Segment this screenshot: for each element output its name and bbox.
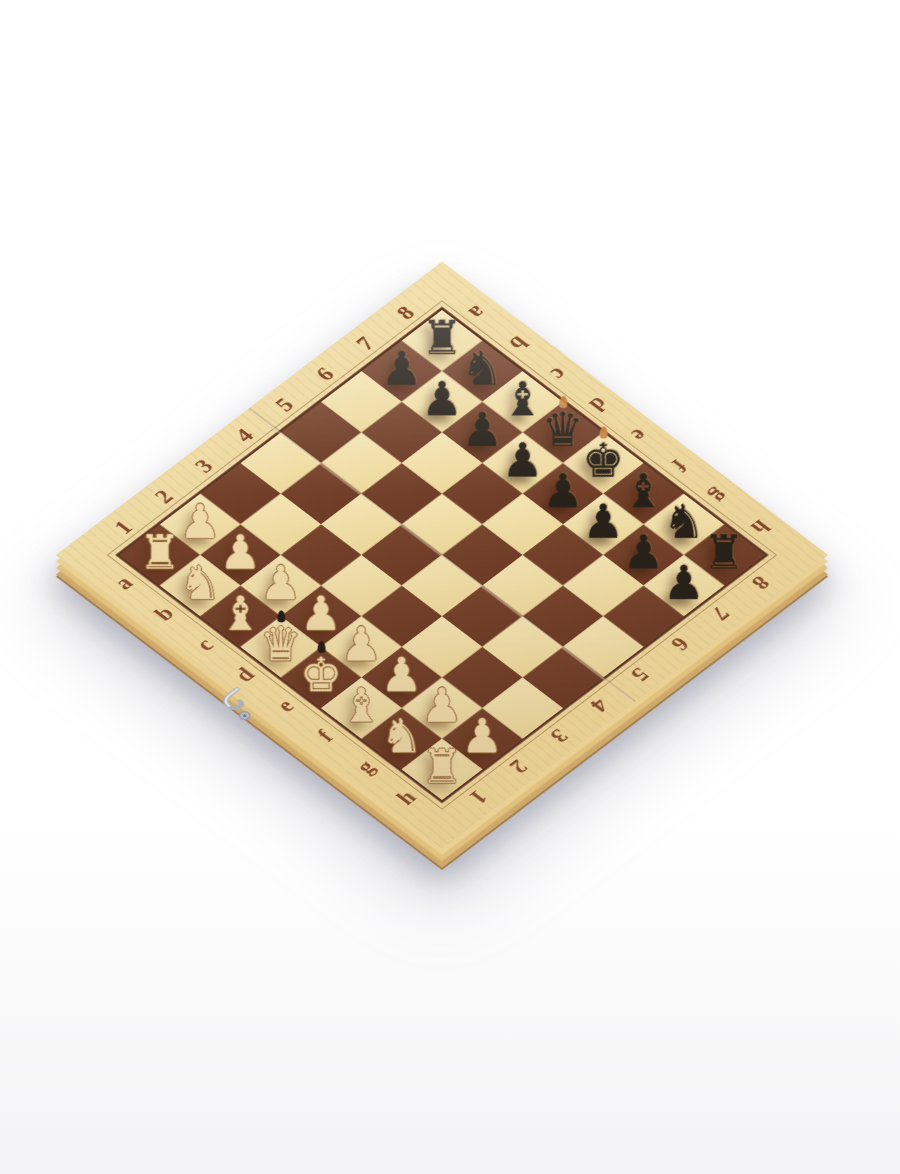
piece-white-rook[interactable]: ♜ xyxy=(414,738,471,795)
white-king-finial xyxy=(317,641,325,653)
playing-field: ♜♞♝♛♚♝♞♜♟♟♟♟♟♟♟♟♟♟♟♟♟♟♟♟♜♞♝♛♚♝♞♜ xyxy=(115,307,768,804)
metal-clasp[interactable] xyxy=(208,680,272,728)
clasp-hook-icon xyxy=(208,680,272,728)
board-frame: abcdefgh abcdefgh 87654321 87654321 ♜♞♝♛… xyxy=(56,262,828,849)
black-king-finial xyxy=(599,427,607,439)
chess-board-photo-scene: abcdefgh abcdefgh 87654321 87654321 ♜♞♝♛… xyxy=(169,348,715,763)
board-rotation-wrapper: abcdefgh abcdefgh 87654321 87654321 ♜♞♝♛… xyxy=(56,262,828,849)
square-h1[interactable]: ♜ xyxy=(402,739,483,800)
white-queen-finial xyxy=(277,610,285,622)
chess-board: ♜♞♝♛♚♝♞♜♟♟♟♟♟♟♟♟♟♟♟♟♟♟♟♟♜♞♝♛♚♝♞♜ xyxy=(120,310,765,800)
black-queen-finial xyxy=(559,396,567,408)
